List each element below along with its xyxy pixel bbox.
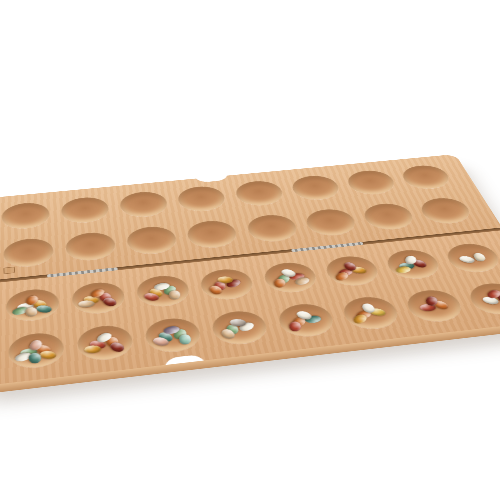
- gem-stone-orange: [274, 279, 286, 288]
- gem-stone-red: [289, 321, 301, 331]
- pit-far-back-4[interactable]: [176, 185, 229, 213]
- pit-far-back-3[interactable]: [118, 190, 170, 219]
- gem-stone-aqua: [179, 334, 192, 345]
- pit-far-back-6[interactable]: [288, 174, 343, 201]
- pit-far-front-2[interactable]: [64, 231, 117, 262]
- pit-near-inner-8[interactable]: [442, 242, 500, 274]
- pit-far-front-6[interactable]: [302, 207, 359, 237]
- pit-near-inner-1[interactable]: [5, 287, 60, 323]
- pit-near-outer-3[interactable]: [143, 316, 204, 354]
- gem-stone-teal: [27, 352, 42, 364]
- pit-near-outer-7[interactable]: [402, 288, 468, 324]
- pit-near-outer-6[interactable]: [338, 295, 402, 331]
- pit-near-outer-4[interactable]: [209, 309, 271, 347]
- pit-near-outer-2[interactable]: [76, 323, 135, 362]
- maker-stamp: [3, 267, 15, 274]
- gem-stone-tan: [169, 290, 182, 300]
- pit-near-outer-5[interactable]: [274, 302, 337, 339]
- gem-stone-amber: [83, 345, 101, 353]
- pit-near-inner-3[interactable]: [135, 274, 193, 309]
- pit-far-front-7[interactable]: [360, 202, 418, 231]
- pit-near-inner-7[interactable]: [382, 248, 444, 281]
- pit-near-inner-6[interactable]: [322, 254, 383, 287]
- gem-stone-tan: [24, 306, 38, 317]
- pit-far-back-8[interactable]: [398, 164, 454, 191]
- gem-stone-darkred: [100, 296, 119, 308]
- pit-far-back-5[interactable]: [232, 179, 286, 207]
- pit-far-back-2[interactable]: [60, 196, 111, 225]
- pit-far-front-8[interactable]: [416, 196, 475, 225]
- product-photo-scene: [0, 0, 500, 500]
- pit-far-back-1[interactable]: [1, 201, 50, 230]
- mancala-board: [0, 154, 500, 386]
- gem-stone-tan: [78, 301, 95, 308]
- pit-far-back-7[interactable]: [344, 169, 399, 196]
- pit-far-front-1[interactable]: [3, 237, 55, 269]
- pit-near-outer-1[interactable]: [7, 331, 65, 370]
- pit-far-front-3[interactable]: [125, 225, 179, 256]
- pit-far-front-4[interactable]: [185, 219, 240, 250]
- pit-near-outer-8[interactable]: [464, 281, 500, 316]
- pit-near-inner-5[interactable]: [260, 261, 320, 295]
- pit-near-inner-4[interactable]: [198, 267, 257, 301]
- pit-near-inner-2[interactable]: [70, 280, 126, 315]
- pit-far-front-5[interactable]: [244, 213, 300, 243]
